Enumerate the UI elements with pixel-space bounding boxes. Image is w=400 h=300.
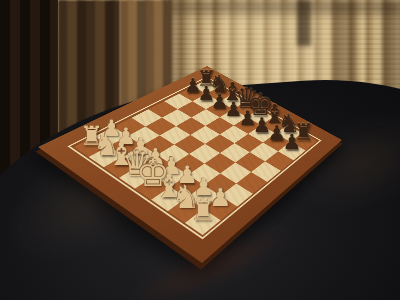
photo-scene: ♜♟♞♟♝♛♟♚♟♝♟♞♟♟♜♟♟♜♟♟♞♟♝♟♛♟♚♟♝♟♞♜	[0, 0, 400, 300]
piece-black-pawn[interactable]: ♟	[282, 132, 301, 153]
piece-white-rook[interactable]: ♜	[190, 196, 216, 225]
